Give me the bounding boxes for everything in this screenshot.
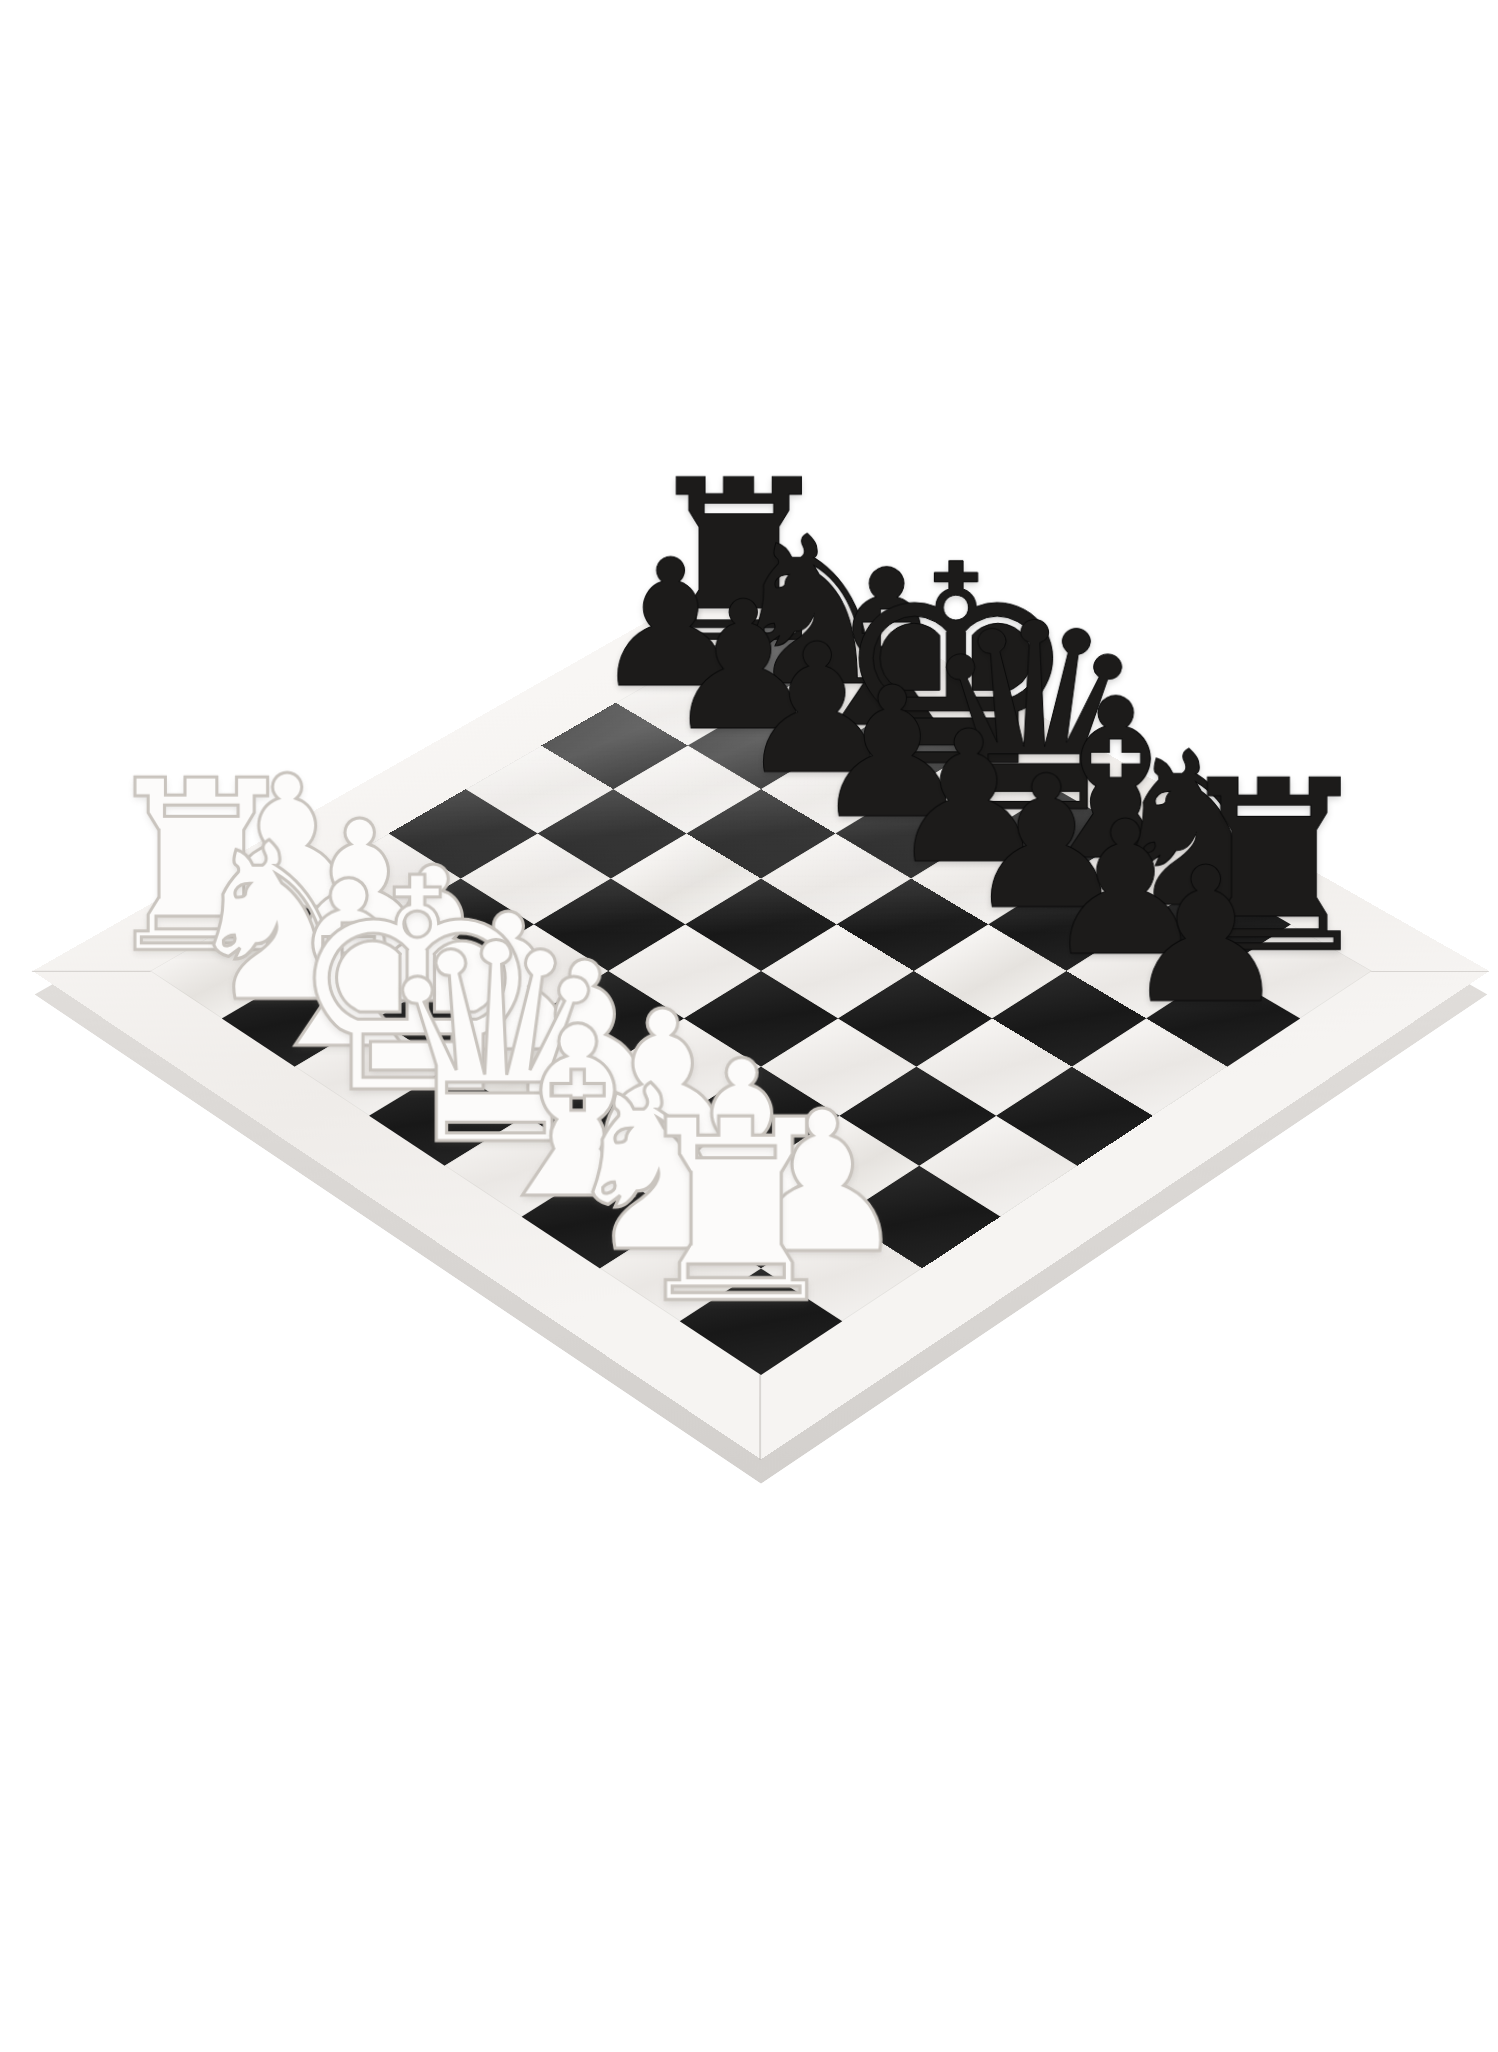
product-photo: ♜♞♝♚♛♝♞♜♟♟♟♟♟♟♟♟♟♟♟♟♟♟♟♟♜♞♝♚♛♝♞♜ [0, 0, 1498, 2052]
chessboard: ♜♞♝♚♛♝♞♜♟♟♟♟♟♟♟♟♟♟♟♟♟♟♟♟♜♞♝♚♛♝♞♜ [33, 557, 1490, 1460]
frame-miter-seam [759, 1374, 761, 1460]
square-a5[interactable] [996, 1067, 1153, 1166]
frame-miter-seam [1370, 971, 1489, 972]
piece-black-pawn-a7[interactable]: ♟ [1122, 843, 1290, 1030]
square-a1[interactable]: ♜ [680, 1268, 843, 1374]
board-grid: ♜♞♝♚♛♝♞♜♟♟♟♟♟♟♟♟♟♟♟♟♟♟♟♟♜♞♝♚♛♝♞♜ [150, 619, 1372, 1375]
board-frame: ♜♞♝♚♛♝♞♜♟♟♟♟♟♟♟♟♟♟♟♟♟♟♟♟♜♞♝♚♛♝♞♜ [33, 557, 1490, 1460]
piece-white-rook-a1[interactable]: ♜ [624, 1087, 849, 1338]
